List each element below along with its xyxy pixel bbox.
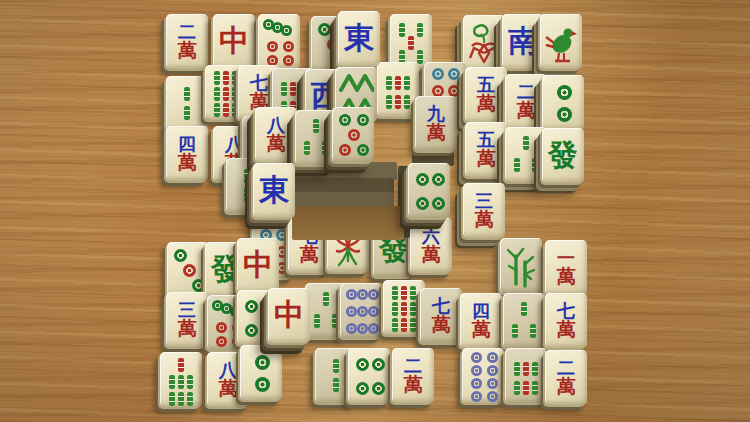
tile-c5[interactable] xyxy=(332,107,374,162)
tile-face-b9 xyxy=(383,280,425,335)
tile-b3[interactable] xyxy=(295,110,337,165)
tile-east[interactable]: 東 xyxy=(253,163,295,218)
tile-face-b3 xyxy=(295,110,337,165)
tile-face-b7 xyxy=(160,352,202,407)
tile-b3[interactable] xyxy=(505,127,547,182)
tile-face-9 of characters: 九萬 xyxy=(415,96,457,151)
tile-face-f_bamboo xyxy=(500,238,542,293)
tile-face-b3 xyxy=(505,127,547,182)
tile-1wan[interactable]: 一萬 xyxy=(545,240,587,295)
tile-2wan[interactable]: 二萬 xyxy=(166,14,208,69)
tile-face-b6 xyxy=(505,348,547,403)
tile-face-6 of characters: 六萬 xyxy=(410,218,452,273)
tile-face-1 of characters: 一萬 xyxy=(545,240,587,295)
tile-3wan[interactable]: 三萬 xyxy=(463,183,505,238)
tile-b3[interactable] xyxy=(503,293,545,348)
tile-face-2 of characters: 二萬 xyxy=(166,14,208,69)
tile-red[interactable]: 中 xyxy=(268,288,310,343)
tile-2wan[interactable]: 二萬 xyxy=(392,348,434,403)
tile-face-5 of characters: 五萬 xyxy=(465,122,507,177)
tile-face-b2 xyxy=(166,76,208,131)
tile-face-3 of characters: 三萬 xyxy=(166,292,208,347)
tile-face-2 of characters: 二萬 xyxy=(392,348,434,403)
tile-face-8 of characters: 八萬 xyxy=(255,107,297,162)
tile-face-east wind: 東 xyxy=(338,11,380,66)
tile-f_lotus[interactable] xyxy=(463,15,505,70)
tile-3wan[interactable]: 三萬 xyxy=(166,292,208,347)
tile-face-4 of characters: 四萬 xyxy=(460,293,502,348)
tile-b6[interactable] xyxy=(505,348,547,403)
tile-c4[interactable] xyxy=(348,348,390,403)
tile-south[interactable]: 南 xyxy=(502,14,544,69)
tile-face-f_lotus xyxy=(463,15,505,70)
tile-7wan[interactable]: 七萬 xyxy=(420,288,462,343)
mahjong-board: 二萬中東南七萬西五萬二萬九萬四萬八萬八萬五萬發東三萬發中七萬發六萬一萬三萬中七萬… xyxy=(0,0,750,422)
tile-face-red dragon: 中 xyxy=(213,14,255,69)
tile-face-3 of characters: 三萬 xyxy=(463,183,505,238)
tile-face-7 of characters: 七萬 xyxy=(545,293,587,348)
tile-red[interactable]: 中 xyxy=(213,14,255,69)
tile-c7[interactable] xyxy=(258,14,300,69)
tile-face-b5 xyxy=(390,14,432,69)
tile-face-5 of characters: 五萬 xyxy=(465,67,507,122)
tile-face-south wind: 南 xyxy=(502,14,544,69)
tile-face-c5 xyxy=(332,107,374,162)
tile-c3[interactable] xyxy=(167,242,209,297)
tile-c8[interactable] xyxy=(462,348,504,403)
tile-face-east wind: 東 xyxy=(253,163,295,218)
tile-c4[interactable] xyxy=(408,163,450,218)
tile-face-b6 xyxy=(377,62,419,117)
tile-face-c9 xyxy=(340,283,382,338)
tile-green[interactable]: 發 xyxy=(542,128,584,183)
tile-face-green dragon: 發 xyxy=(542,128,584,183)
tile-face-c4 xyxy=(348,348,390,403)
tile-face-c3 xyxy=(167,242,209,297)
tile-4wan[interactable]: 四萬 xyxy=(460,293,502,348)
tile-face-c2 xyxy=(542,75,584,130)
tile-f_bamboo[interactable] xyxy=(500,238,542,293)
tile-face-4 of characters: 四萬 xyxy=(166,126,208,181)
tile-5wan[interactable]: 五萬 xyxy=(465,67,507,122)
tile-c9[interactable] xyxy=(340,283,382,338)
tile-b7[interactable] xyxy=(160,352,202,407)
tile-face-2 of characters: 二萬 xyxy=(505,74,547,129)
tile-6wan[interactable]: 六萬 xyxy=(410,218,452,273)
tile-8wan[interactable]: 八萬 xyxy=(255,107,297,162)
tile-face-red dragon: 中 xyxy=(237,238,279,293)
tile-b5[interactable] xyxy=(390,14,432,69)
tile-c2[interactable] xyxy=(542,75,584,130)
tile-face-c4 xyxy=(408,163,450,218)
tile-face-1 of bamboo (bird) xyxy=(540,14,582,69)
tile-9wan[interactable]: 九萬 xyxy=(415,96,457,151)
tile-c2[interactable] xyxy=(240,345,282,400)
tile-7wan[interactable]: 七萬 xyxy=(545,293,587,348)
tile-b2[interactable] xyxy=(166,76,208,131)
tile-4wan[interactable]: 四萬 xyxy=(166,126,208,181)
tile-face-c2 xyxy=(240,345,282,400)
tile-5wan[interactable]: 五萬 xyxy=(465,122,507,177)
tile-b9[interactable] xyxy=(383,280,425,335)
tile-face-red dragon: 中 xyxy=(268,288,310,343)
tile-east[interactable]: 東 xyxy=(338,11,380,66)
tile-b1[interactable] xyxy=(540,14,582,69)
tile-red[interactable]: 中 xyxy=(237,238,279,293)
tile-face-7 of characters: 七萬 xyxy=(420,288,462,343)
tile-b6[interactable] xyxy=(377,62,419,117)
tile-2wan[interactable]: 二萬 xyxy=(545,350,587,405)
tile-face-c8 xyxy=(462,348,504,403)
stack-steps xyxy=(292,206,404,240)
tile-face-2 of characters: 二萬 xyxy=(545,350,587,405)
tile-face-b3 xyxy=(503,293,545,348)
tile-face-c7 xyxy=(258,14,300,69)
tile-2wan[interactable]: 二萬 xyxy=(505,74,547,129)
